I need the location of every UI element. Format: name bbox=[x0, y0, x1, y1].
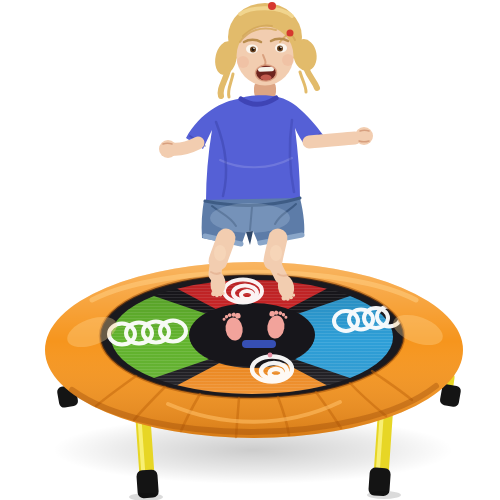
left-eye-glint bbox=[253, 48, 255, 50]
right-eye-glint bbox=[280, 47, 282, 49]
brand-logo-dot bbox=[268, 353, 273, 358]
hair-tie-top bbox=[268, 2, 276, 10]
denim-sheen bbox=[210, 203, 290, 233]
shirt bbox=[186, 95, 324, 204]
crotch-shadow bbox=[246, 231, 253, 245]
open-mouth bbox=[255, 64, 277, 81]
left-calf bbox=[215, 258, 218, 275]
child bbox=[159, 2, 373, 302]
brand-logo bbox=[242, 340, 276, 348]
hair-clip-right bbox=[287, 30, 294, 37]
product-photo bbox=[0, 0, 500, 500]
front-right-foot-shadow bbox=[367, 491, 401, 499]
mat-center-circle bbox=[189, 303, 315, 367]
right-forearm bbox=[309, 138, 355, 142]
knee-highlights bbox=[214, 245, 282, 261]
teeth bbox=[258, 67, 274, 72]
scene bbox=[0, 0, 500, 500]
